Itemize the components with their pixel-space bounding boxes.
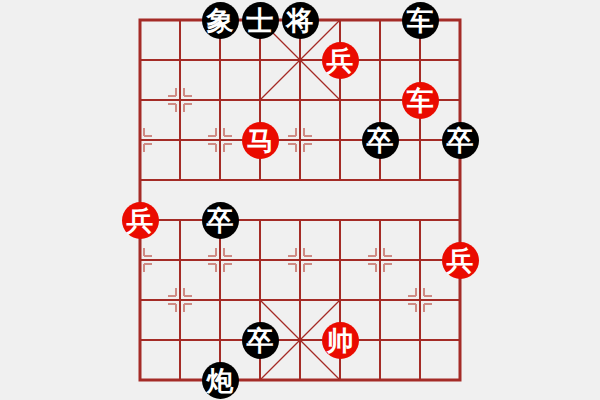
piece-red-general[interactable]: 帅 <box>322 322 359 359</box>
piece-red-chariot[interactable]: 车 <box>402 82 439 119</box>
pieces-layer: 象士将车兵车马卒卒兵卒兵卒帅炮 <box>0 0 600 400</box>
piece-black-chariot[interactable]: 车 <box>402 2 439 39</box>
piece-red-soldier-1[interactable]: 兵 <box>322 42 359 79</box>
piece-black-soldier-2[interactable]: 卒 <box>442 122 479 159</box>
piece-red-horse[interactable]: 马 <box>242 122 279 159</box>
piece-red-soldier-2[interactable]: 兵 <box>122 202 159 239</box>
piece-black-advisor[interactable]: 士 <box>242 2 279 39</box>
piece-black-soldier-1[interactable]: 卒 <box>362 122 399 159</box>
board-stage: 象士将车兵车马卒卒兵卒兵卒帅炮 <box>0 0 600 400</box>
piece-black-cannon[interactable]: 炮 <box>202 362 239 399</box>
piece-black-soldier-4[interactable]: 卒 <box>242 322 279 359</box>
piece-black-general[interactable]: 将 <box>282 2 319 39</box>
piece-black-elephant[interactable]: 象 <box>202 2 239 39</box>
piece-red-soldier-3[interactable]: 兵 <box>442 242 479 279</box>
piece-black-soldier-3[interactable]: 卒 <box>202 202 239 239</box>
